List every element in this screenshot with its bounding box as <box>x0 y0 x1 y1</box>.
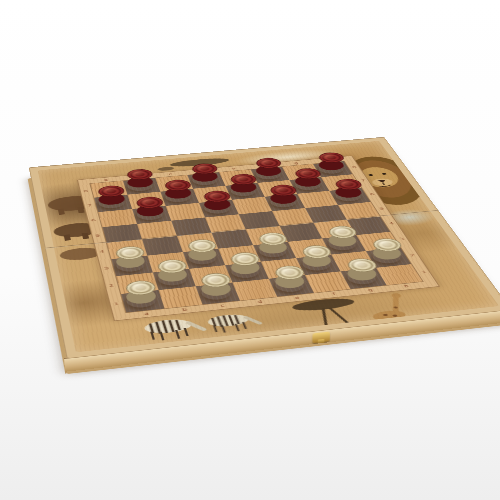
square-g8[interactable] <box>282 164 321 180</box>
file-label-far-f: f <box>263 165 267 168</box>
file-label-far-b: b <box>136 176 141 179</box>
file-label-far-c: c <box>168 173 173 176</box>
rank-label-left-8: 8 <box>83 190 88 193</box>
rank-label-right-7: 7 <box>360 179 366 182</box>
square-a6[interactable] <box>98 209 137 227</box>
square-f7[interactable] <box>258 180 298 197</box>
square-h8[interactable] <box>313 161 352 177</box>
square-a8[interactable] <box>90 181 127 198</box>
square-d6[interactable] <box>199 200 239 218</box>
square-h6[interactable] <box>329 188 370 205</box>
checker-light-a1[interactable] <box>125 292 158 309</box>
square-a7[interactable] <box>94 195 132 212</box>
rank-label-right-5: 5 <box>379 207 385 210</box>
file-label-far-e: e <box>231 167 236 170</box>
square-g6[interactable] <box>297 191 338 208</box>
square-b7[interactable] <box>127 192 165 209</box>
square-e8[interactable] <box>219 170 257 186</box>
checker-light-e1[interactable] <box>272 277 307 294</box>
square-c7[interactable] <box>160 189 199 206</box>
checker-light-g1[interactable] <box>344 269 379 285</box>
checker-light-d2[interactable] <box>229 263 263 279</box>
file-label-far-a: a <box>104 178 109 181</box>
scene: 1122334455667788aabbccddeeffgghh <box>0 0 500 500</box>
square-f6[interactable] <box>265 194 305 211</box>
checker-light-c1[interactable] <box>199 284 233 301</box>
rank-label-left-6: 6 <box>91 218 96 221</box>
square-b8[interactable] <box>123 178 160 195</box>
checker-light-e3[interactable] <box>257 243 290 258</box>
square-e7[interactable] <box>225 183 264 200</box>
square-c8[interactable] <box>155 175 193 192</box>
square-e6[interactable] <box>232 197 272 215</box>
square-f8[interactable] <box>251 167 290 183</box>
file-label-far-d: d <box>200 170 205 173</box>
checker-light-g3[interactable] <box>326 236 360 251</box>
rank-label-right-6: 6 <box>369 193 375 196</box>
square-c6[interactable] <box>166 203 205 221</box>
brass-clasp[interactable] <box>313 332 331 344</box>
file-label-far-g: g <box>294 162 299 165</box>
game-box: 1122334455667788aabbccddeeffgghh <box>29 137 500 359</box>
rank-label-right-4: 4 <box>388 222 394 225</box>
rank-label-left-7: 7 <box>87 204 92 207</box>
square-d7[interactable] <box>193 186 232 203</box>
checker-light-f2[interactable] <box>300 256 334 272</box>
file-label-far-h: h <box>324 159 330 162</box>
square-h7[interactable] <box>321 174 361 190</box>
rank-label-right-8: 8 <box>351 166 357 169</box>
checker-light-a3[interactable] <box>115 257 147 273</box>
checker-light-c3[interactable] <box>186 250 219 266</box>
square-b6[interactable] <box>132 206 171 224</box>
square-g7[interactable] <box>289 177 329 194</box>
square-d8[interactable] <box>187 172 225 188</box>
checker-light-b2[interactable] <box>156 270 189 286</box>
